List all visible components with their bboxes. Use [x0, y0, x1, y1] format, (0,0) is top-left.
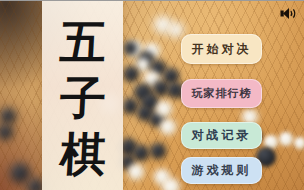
title-char-3: 棋 [58, 128, 107, 181]
black-go-stone [0, 108, 16, 124]
white-go-stone [168, 22, 184, 38]
black-go-stone [150, 143, 166, 159]
white-go-stone [156, 101, 172, 117]
black-go-stone [10, 163, 30, 183]
white-go-stone [128, 164, 144, 180]
black-go-stone [123, 66, 139, 82]
black-go-stone [133, 145, 149, 161]
white-go-stone [294, 137, 304, 149]
gomoku-main-menu: 五 子 棋 开始对决玩家排行榜对战记录游戏规则 [0, 0, 304, 190]
menu-button-records[interactable]: 对战记录 [181, 122, 262, 149]
black-go-stone [123, 41, 137, 55]
title-char-2: 子 [58, 72, 107, 125]
white-go-stone [160, 119, 176, 135]
white-go-stone [162, 178, 180, 190]
title-banner: 五 子 棋 [42, 1, 123, 190]
menu-button-leaderboard[interactable]: 玩家排行榜 [181, 79, 262, 108]
speaker-icon[interactable] [280, 6, 297, 21]
title-char-1: 五 [58, 16, 107, 69]
white-go-stone [279, 132, 293, 146]
menu-button-rules[interactable]: 游戏规则 [181, 157, 262, 184]
menu-button-start[interactable]: 开始对决 [181, 34, 262, 64]
black-go-stone [122, 98, 138, 114]
